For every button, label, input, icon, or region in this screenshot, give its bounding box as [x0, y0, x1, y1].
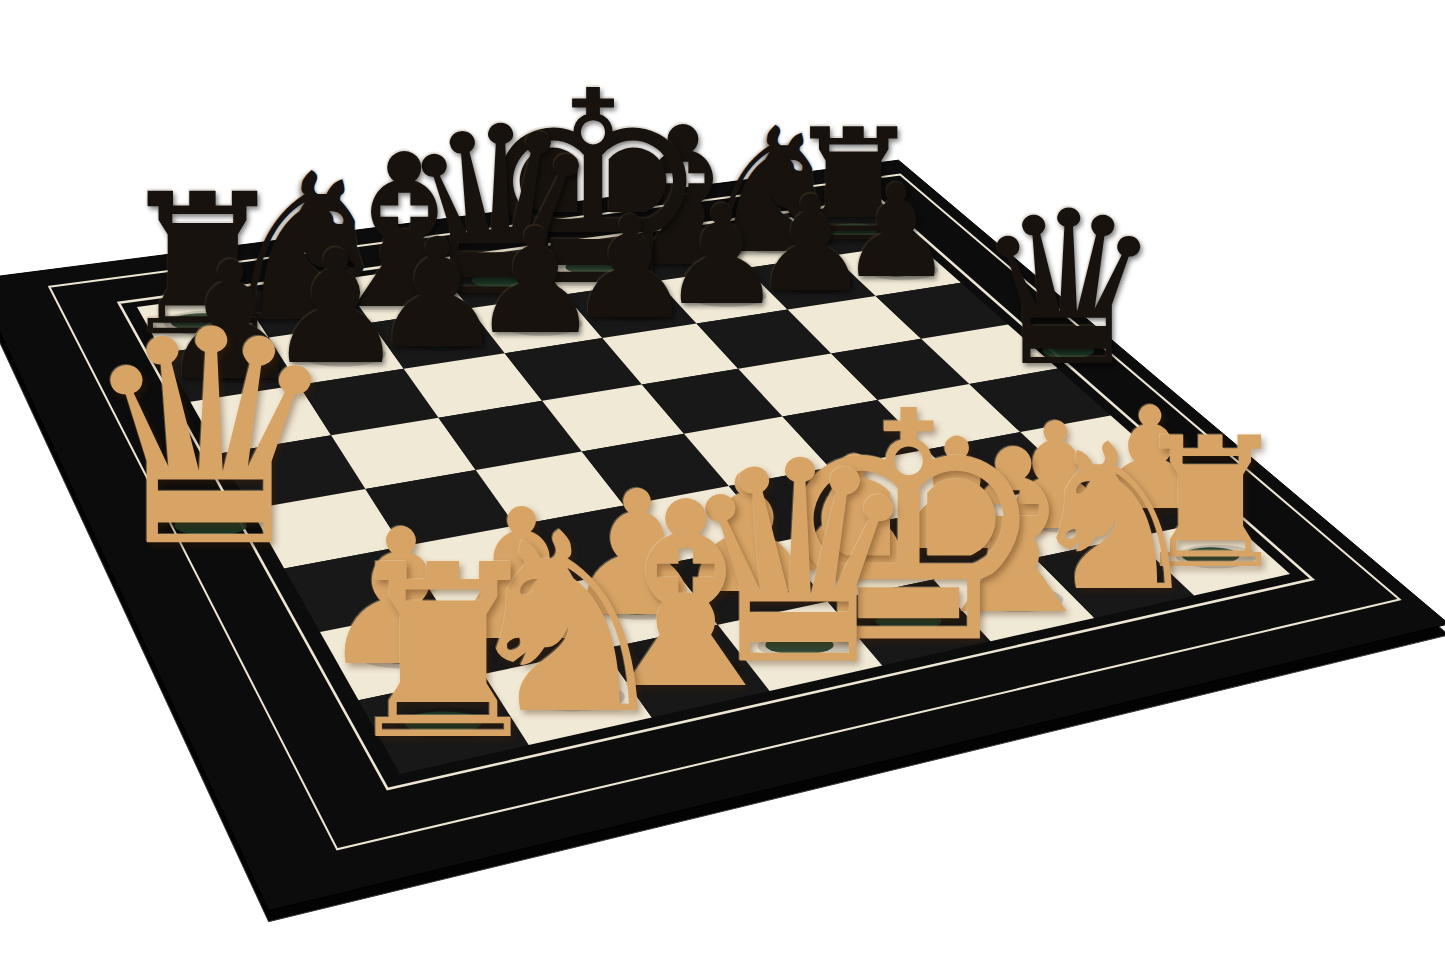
- product-photo-stage: ♜♞♝♚♟♛♟♝♟♞♟♜♟♟♛♟♟♟♟♛♟♜♟♞♟♝♟♚♟♛♟♝♞♜: [0, 0, 1445, 963]
- piece-white-queen-spare[interactable]: ♛: [78, 291, 344, 588]
- pieces-layer: ♜♞♝♚♟♛♟♝♟♞♟♜♟♟♛♟♟♟♟♛♟♜♟♞♟♝♟♚♟♛♟♝♞♜: [0, 0, 1445, 963]
- piece-white-rook[interactable]: ♜: [335, 533, 550, 773]
